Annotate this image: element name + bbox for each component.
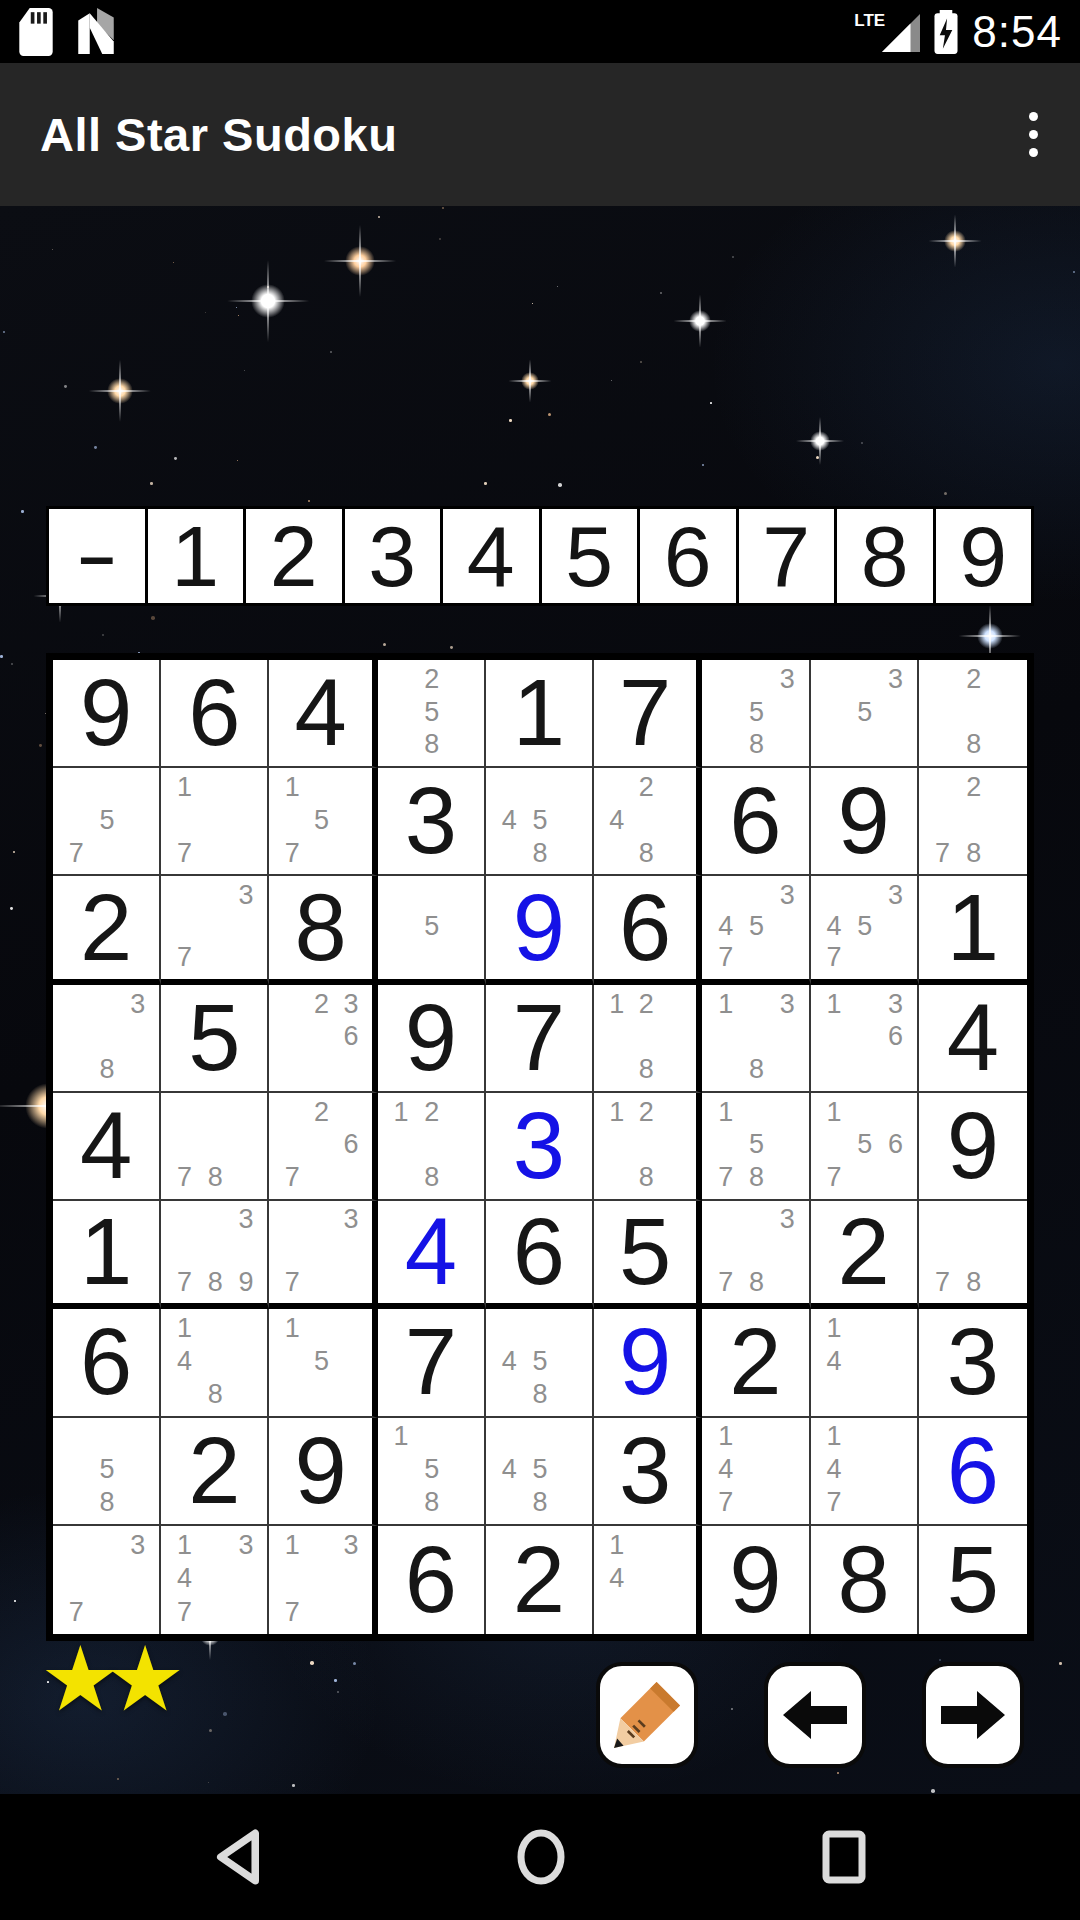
selector-digit-9[interactable]: 9 xyxy=(936,509,1032,603)
selector-digit-8[interactable]: 8 xyxy=(837,509,936,603)
cell-r7c9[interactable]: 3 xyxy=(919,1309,1027,1417)
screen: LTE 8:54 All Star Sudoku –123456789 9642… xyxy=(0,0,1080,1920)
user-digit: 9 xyxy=(594,1309,696,1415)
cell-r7c8[interactable]: 14 xyxy=(811,1309,919,1417)
cell-r2c7[interactable]: 6 xyxy=(702,768,810,876)
pencil-marks: 248 xyxy=(602,771,690,869)
cell-r2c4[interactable]: 3 xyxy=(378,768,486,876)
given-digit: 5 xyxy=(161,985,267,1091)
pencil-marks: 128 xyxy=(602,988,690,1086)
cell-r8c9[interactable]: 6 xyxy=(919,1418,1027,1526)
given-digit: 8 xyxy=(811,1526,917,1634)
cell-r2c3[interactable]: 157 xyxy=(269,768,377,876)
user-digit: 6 xyxy=(919,1418,1027,1524)
cell-r7c3[interactable]: 15 xyxy=(269,1309,377,1417)
cell-r1c1[interactable]: 9 xyxy=(53,660,161,768)
given-digit: 2 xyxy=(486,1526,592,1634)
selector-digit-6[interactable]: 6 xyxy=(640,509,739,603)
cell-r8c2[interactable]: 2 xyxy=(161,1418,269,1526)
cell-r3c2[interactable]: 37 xyxy=(161,876,269,984)
cell-r6c3[interactable]: 37 xyxy=(269,1201,377,1309)
cell-r4c3[interactable]: 236 xyxy=(269,985,377,1093)
arrow-right-icon xyxy=(941,1691,1005,1739)
given-digit: 1 xyxy=(919,876,1027,978)
cell-r7c6[interactable]: 9 xyxy=(594,1309,702,1417)
cell-r5c2[interactable]: 78 xyxy=(161,1093,269,1201)
cell-r3c3[interactable]: 8 xyxy=(269,876,377,984)
cell-r6c5[interactable]: 6 xyxy=(486,1201,594,1309)
selector-erase[interactable]: – xyxy=(49,509,148,603)
user-digit: 9 xyxy=(486,876,592,978)
status-left-icons xyxy=(18,8,116,56)
cell-r3c6[interactable]: 6 xyxy=(594,876,702,984)
pencil-icon xyxy=(614,1682,680,1748)
cell-r5c5[interactable]: 3 xyxy=(486,1093,594,1201)
cell-r1c6[interactable]: 7 xyxy=(594,660,702,768)
cell-r1c2[interactable]: 6 xyxy=(161,660,269,768)
pencil-marks: 14 xyxy=(602,1529,690,1629)
cell-r7c5[interactable]: 458 xyxy=(486,1309,594,1417)
given-digit: 5 xyxy=(594,1201,696,1303)
cell-r4c5[interactable]: 7 xyxy=(486,985,594,1093)
given-digit: 6 xyxy=(53,1309,159,1415)
pencil-marks: 57 xyxy=(61,771,153,869)
pencil-marks: 1567 xyxy=(819,1096,911,1194)
cell-r7c7[interactable]: 2 xyxy=(702,1309,810,1417)
cell-r3c8[interactable]: 3457 xyxy=(811,876,919,984)
cell-r9c1[interactable]: 37 xyxy=(53,1526,161,1634)
selector-digit-3[interactable]: 3 xyxy=(345,509,444,603)
cell-r9c8[interactable]: 8 xyxy=(811,1526,919,1634)
pencil-marks: 58 xyxy=(61,1421,153,1519)
cell-r6c8[interactable]: 2 xyxy=(811,1201,919,1309)
pencil-marks: 37 xyxy=(61,1529,153,1629)
given-digit: 9 xyxy=(378,985,484,1091)
pencil-marks: 17 xyxy=(169,771,261,869)
given-digit: 1 xyxy=(486,660,592,766)
given-digit: 5 xyxy=(919,1526,1027,1634)
cell-r1c4[interactable]: 258 xyxy=(378,660,486,768)
cell-r2c6[interactable]: 248 xyxy=(594,768,702,876)
cell-r7c1[interactable]: 6 xyxy=(53,1309,161,1417)
pencil-marks: 3789 xyxy=(169,1204,261,1298)
nougat-n-icon xyxy=(76,8,116,56)
signal-icon: LTE xyxy=(854,10,920,54)
cell-r1c7[interactable]: 358 xyxy=(702,660,810,768)
cell-r5c8[interactable]: 1567 xyxy=(811,1093,919,1201)
arrow-left-icon xyxy=(783,1691,847,1739)
cell-r6c2[interactable]: 3789 xyxy=(161,1201,269,1309)
cell-r9c7[interactable]: 9 xyxy=(702,1526,810,1634)
page-title: All Star Sudoku xyxy=(40,107,397,162)
cell-r5c3[interactable]: 267 xyxy=(269,1093,377,1201)
given-digit: 4 xyxy=(269,660,371,766)
cell-r7c4[interactable]: 7 xyxy=(378,1309,486,1417)
pencil-marks: 35 xyxy=(819,663,911,761)
cell-r4c6[interactable]: 128 xyxy=(594,985,702,1093)
cell-r3c4[interactable]: 5 xyxy=(378,876,486,984)
given-digit: 9 xyxy=(919,1093,1027,1199)
given-digit: 6 xyxy=(161,660,267,766)
cell-r8c5[interactable]: 458 xyxy=(486,1418,594,1526)
cell-r3c7[interactable]: 3457 xyxy=(702,876,810,984)
recents-icon[interactable] xyxy=(821,1830,867,1884)
given-digit: 1 xyxy=(53,1201,159,1303)
cell-r4c1[interactable]: 38 xyxy=(53,985,161,1093)
cell-r8c3[interactable]: 9 xyxy=(269,1418,377,1526)
sd-card-icon xyxy=(18,8,54,56)
pencil-marks: 14 xyxy=(819,1312,911,1410)
user-digit: 3 xyxy=(486,1093,592,1199)
given-digit: 2 xyxy=(702,1309,808,1415)
pencil-marks: 128 xyxy=(386,1096,478,1194)
pencil-marks: 5 xyxy=(386,879,478,973)
pencil-marks: 78 xyxy=(169,1096,261,1194)
user-digit: 4 xyxy=(378,1201,484,1303)
cell-r4c7[interactable]: 138 xyxy=(702,985,810,1093)
given-digit: 6 xyxy=(486,1201,592,1303)
cell-r8c4[interactable]: 158 xyxy=(378,1418,486,1526)
selector-digit-1[interactable]: 1 xyxy=(148,509,247,603)
pencil-marks: 157 xyxy=(277,771,365,869)
given-digit: 9 xyxy=(702,1526,808,1634)
cell-r6c7[interactable]: 378 xyxy=(702,1201,810,1309)
given-digit: 9 xyxy=(269,1418,371,1524)
pencil-marks: 147 xyxy=(819,1421,911,1519)
sudoku-board: 9642581735835285717157345824869278237859… xyxy=(46,653,1034,1641)
pencil-marks: 28 xyxy=(927,663,1021,761)
overflow-menu-icon[interactable] xyxy=(1023,106,1044,163)
cell-r9c3[interactable]: 137 xyxy=(269,1526,377,1634)
cell-r5c4[interactable]: 128 xyxy=(378,1093,486,1201)
pencil-marks: 3457 xyxy=(819,879,911,973)
pencil-marks: 1578 xyxy=(710,1096,802,1194)
cell-r6c1[interactable]: 1 xyxy=(53,1201,161,1309)
given-digit: 3 xyxy=(594,1418,696,1524)
clock: 8:54 xyxy=(972,7,1062,57)
network-type-label: LTE xyxy=(854,11,885,31)
cell-r9c9[interactable]: 5 xyxy=(919,1526,1027,1634)
pencil-marks: 136 xyxy=(819,988,911,1086)
pencil-marks: 37 xyxy=(169,879,261,973)
cell-r4c4[interactable]: 9 xyxy=(378,985,486,1093)
pencil-marks: 38 xyxy=(61,988,153,1086)
battery-charging-icon xyxy=(932,10,960,54)
number-selector: –123456789 xyxy=(46,506,1034,606)
pencil-marks: 158 xyxy=(386,1421,478,1519)
given-digit: 7 xyxy=(594,660,696,766)
status-right-icons: LTE 8:54 xyxy=(854,7,1062,57)
pencil-marks: 278 xyxy=(927,771,1021,869)
status-bar: LTE 8:54 xyxy=(0,0,1080,63)
given-digit: 2 xyxy=(161,1418,267,1524)
given-digit: 2 xyxy=(811,1201,917,1303)
cell-r1c9[interactable]: 28 xyxy=(919,660,1027,768)
given-digit: 9 xyxy=(811,768,917,874)
pencil-marks: 78 xyxy=(927,1204,1021,1298)
cell-r2c9[interactable]: 278 xyxy=(919,768,1027,876)
pencil-marks: 147 xyxy=(710,1421,802,1519)
cell-r9c5[interactable]: 2 xyxy=(486,1526,594,1634)
pencil-marks: 458 xyxy=(494,771,586,869)
given-digit: 2 xyxy=(53,876,159,978)
cell-r5c9[interactable]: 9 xyxy=(919,1093,1027,1201)
pencil-marks: 15 xyxy=(277,1312,365,1410)
cell-r5c7[interactable]: 1578 xyxy=(702,1093,810,1201)
cell-r1c8[interactable]: 35 xyxy=(811,660,919,768)
cell-r3c5[interactable]: 9 xyxy=(486,876,594,984)
selector-digit-4[interactable]: 4 xyxy=(443,509,542,603)
given-digit: 3 xyxy=(378,768,484,874)
given-digit: 6 xyxy=(594,876,696,978)
given-digit: 6 xyxy=(702,768,808,874)
cell-r5c6[interactable]: 128 xyxy=(594,1093,702,1201)
cell-r2c2[interactable]: 17 xyxy=(161,768,269,876)
given-digit: 6 xyxy=(378,1526,484,1634)
pencil-marks: 267 xyxy=(277,1096,365,1194)
given-digit: 7 xyxy=(378,1309,484,1415)
cell-r3c9[interactable]: 1 xyxy=(919,876,1027,984)
cell-r8c6[interactable]: 3 xyxy=(594,1418,702,1526)
pencil-marks: 458 xyxy=(494,1421,586,1519)
prev-button[interactable] xyxy=(764,1662,866,1768)
cell-r3c1[interactable]: 2 xyxy=(53,876,161,984)
pencil-marks: 236 xyxy=(277,988,365,1086)
pencil-marks: 138 xyxy=(710,988,802,1086)
cell-r7c2[interactable]: 148 xyxy=(161,1309,269,1417)
cell-r2c5[interactable]: 458 xyxy=(486,768,594,876)
pencil-marks: 137 xyxy=(277,1529,365,1629)
pencil-marks: 258 xyxy=(386,663,478,761)
next-button[interactable] xyxy=(922,1662,1024,1768)
given-digit: 4 xyxy=(53,1093,159,1199)
selector-digit-7[interactable]: 7 xyxy=(739,509,838,603)
pencil-button[interactable] xyxy=(596,1662,698,1768)
home-icon[interactable] xyxy=(515,1828,567,1886)
given-digit: 4 xyxy=(919,985,1027,1091)
cell-r6c6[interactable]: 5 xyxy=(594,1201,702,1309)
cell-r4c8[interactable]: 136 xyxy=(811,985,919,1093)
selector-digit-5[interactable]: 5 xyxy=(542,509,641,603)
cell-r8c8[interactable]: 147 xyxy=(811,1418,919,1526)
cell-r4c9[interactable]: 4 xyxy=(919,985,1027,1093)
cell-r9c6[interactable]: 14 xyxy=(594,1526,702,1634)
cell-r6c9[interactable]: 78 xyxy=(919,1201,1027,1309)
cell-r4c2[interactable]: 5 xyxy=(161,985,269,1093)
pencil-marks: 378 xyxy=(710,1204,802,1298)
pencil-marks: 458 xyxy=(494,1312,586,1410)
pencil-marks: 3457 xyxy=(710,879,802,973)
cell-r2c1[interactable]: 57 xyxy=(53,768,161,876)
app-bar: All Star Sudoku xyxy=(0,63,1080,206)
pencil-marks: 148 xyxy=(169,1312,261,1410)
pencil-marks: 358 xyxy=(710,663,802,761)
cell-r1c3[interactable]: 4 xyxy=(269,660,377,768)
given-digit: 3 xyxy=(919,1309,1027,1415)
pencil-marks: 1347 xyxy=(169,1529,261,1629)
back-icon[interactable] xyxy=(216,1829,260,1885)
given-digit: 9 xyxy=(53,660,159,766)
pencil-marks: 37 xyxy=(277,1204,365,1298)
pencil-marks: 128 xyxy=(602,1096,690,1194)
cell-r1c5[interactable]: 1 xyxy=(486,660,594,768)
cell-r6c4[interactable]: 4 xyxy=(378,1201,486,1309)
cell-r9c4[interactable]: 6 xyxy=(378,1526,486,1634)
signal-triangle-icon xyxy=(882,14,920,52)
cell-r9c2[interactable]: 1347 xyxy=(161,1526,269,1634)
android-nav-bar xyxy=(0,1794,1080,1920)
cell-r5c1[interactable]: 4 xyxy=(53,1093,161,1201)
difficulty-stars: ★★ xyxy=(40,1634,169,1724)
cell-r2c8[interactable]: 9 xyxy=(811,768,919,876)
cell-r8c1[interactable]: 58 xyxy=(53,1418,161,1526)
given-digit: 7 xyxy=(486,985,592,1091)
selector-digit-2[interactable]: 2 xyxy=(246,509,345,603)
content: –123456789 96425817358352857171573458248… xyxy=(0,206,1080,1794)
given-digit: 8 xyxy=(269,876,371,978)
cell-r8c7[interactable]: 147 xyxy=(702,1418,810,1526)
